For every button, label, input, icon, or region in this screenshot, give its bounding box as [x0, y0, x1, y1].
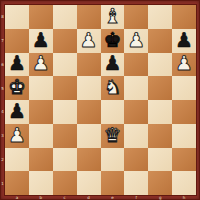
square-a4[interactable]: ♟ [5, 100, 29, 124]
square-g3[interactable] [148, 124, 172, 148]
file-label-c: c [53, 195, 77, 200]
piece-white-bishop[interactable]: ♝ [103, 6, 121, 26]
square-g6[interactable] [148, 53, 172, 77]
square-a8[interactable] [5, 5, 29, 29]
piece-white-pawn[interactable]: ♟ [175, 53, 193, 73]
square-c1[interactable] [53, 171, 77, 195]
square-a3[interactable]: ♟ [5, 124, 29, 148]
square-g1[interactable] [148, 171, 172, 195]
square-f3[interactable] [124, 124, 148, 148]
square-f8[interactable] [124, 5, 148, 29]
square-c2[interactable] [53, 148, 77, 172]
square-c6[interactable] [53, 53, 77, 77]
file-label-d: d [77, 195, 101, 200]
file-label-a: a [5, 195, 29, 200]
square-d5[interactable] [77, 76, 101, 100]
piece-black-pawn[interactable]: ♟ [175, 30, 193, 50]
square-e4[interactable] [101, 100, 125, 124]
square-f6[interactable] [124, 53, 148, 77]
square-a6[interactable]: ♟ [5, 53, 29, 77]
square-d2[interactable] [77, 148, 101, 172]
square-a2[interactable] [5, 148, 29, 172]
square-h1[interactable] [172, 171, 196, 195]
square-h4[interactable] [172, 100, 196, 124]
piece-white-pawn[interactable]: ♟ [80, 30, 98, 50]
square-b3[interactable] [29, 124, 53, 148]
square-c8[interactable] [53, 5, 77, 29]
square-h6[interactable]: ♟ [172, 53, 196, 77]
piece-white-pawn[interactable]: ♟ [8, 125, 26, 145]
square-b1[interactable] [29, 171, 53, 195]
square-f2[interactable] [124, 148, 148, 172]
square-d8[interactable] [77, 5, 101, 29]
piece-white-pawn[interactable]: ♟ [127, 30, 145, 50]
piece-black-king[interactable]: ♚ [103, 30, 121, 50]
square-g8[interactable] [148, 5, 172, 29]
square-h2[interactable] [172, 148, 196, 172]
square-g5[interactable] [148, 76, 172, 100]
square-b4[interactable] [29, 100, 53, 124]
square-h8[interactable] [172, 5, 196, 29]
chess-board: 87654321 abcdefgh ♝♟♟♚♟♟♟♟♟♟♚♞♟♟♛ [0, 0, 200, 200]
square-a1[interactable] [5, 171, 29, 195]
square-b8[interactable] [29, 5, 53, 29]
square-c5[interactable] [53, 76, 77, 100]
piece-black-pawn[interactable]: ♟ [8, 53, 26, 73]
piece-black-pawn[interactable]: ♟ [103, 53, 121, 73]
square-b6[interactable]: ♟ [29, 53, 53, 77]
piece-black-pawn[interactable]: ♟ [32, 30, 50, 50]
file-label-b: b [29, 195, 53, 200]
square-e8[interactable]: ♝ [101, 5, 125, 29]
square-e1[interactable] [101, 171, 125, 195]
square-b5[interactable] [29, 76, 53, 100]
file-coordinates: abcdefgh [5, 195, 196, 200]
square-e7[interactable]: ♚ [101, 29, 125, 53]
square-b7[interactable]: ♟ [29, 29, 53, 53]
square-e5[interactable]: ♞ [101, 76, 125, 100]
board-grid: ♝♟♟♚♟♟♟♟♟♟♚♞♟♟♛ [5, 5, 196, 195]
file-label-g: g [148, 195, 172, 200]
square-b2[interactable] [29, 148, 53, 172]
square-g7[interactable] [148, 29, 172, 53]
piece-white-knight[interactable]: ♞ [103, 77, 121, 97]
square-a5[interactable]: ♚ [5, 76, 29, 100]
piece-black-pawn[interactable]: ♟ [8, 101, 26, 121]
square-h7[interactable]: ♟ [172, 29, 196, 53]
piece-white-king[interactable]: ♚ [8, 77, 26, 97]
square-a7[interactable] [5, 29, 29, 53]
square-e3[interactable]: ♛ [101, 124, 125, 148]
square-c4[interactable] [53, 100, 77, 124]
square-d7[interactable]: ♟ [77, 29, 101, 53]
square-c7[interactable] [53, 29, 77, 53]
file-label-e: e [101, 195, 125, 200]
square-f1[interactable] [124, 171, 148, 195]
file-label-h: h [172, 195, 196, 200]
square-d1[interactable] [77, 171, 101, 195]
square-d3[interactable] [77, 124, 101, 148]
square-f5[interactable] [124, 76, 148, 100]
square-g2[interactable] [148, 148, 172, 172]
file-label-f: f [124, 195, 148, 200]
piece-white-queen[interactable]: ♛ [103, 125, 121, 145]
square-d4[interactable] [77, 100, 101, 124]
square-h5[interactable] [172, 76, 196, 100]
square-c3[interactable] [53, 124, 77, 148]
square-d6[interactable] [77, 53, 101, 77]
square-f4[interactable] [124, 100, 148, 124]
square-h3[interactable] [172, 124, 196, 148]
square-e2[interactable] [101, 148, 125, 172]
square-g4[interactable] [148, 100, 172, 124]
square-e6[interactable]: ♟ [101, 53, 125, 77]
square-f7[interactable]: ♟ [124, 29, 148, 53]
piece-white-pawn[interactable]: ♟ [32, 53, 50, 73]
